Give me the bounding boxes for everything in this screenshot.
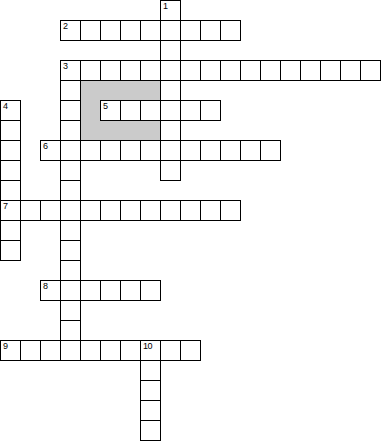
shaded-cell	[80, 80, 101, 101]
letter-cell[interactable]	[140, 100, 161, 121]
letter-cell[interactable]	[120, 200, 141, 221]
letter-cell[interactable]	[160, 340, 181, 361]
letter-cell[interactable]	[0, 220, 21, 241]
shaded-cell	[140, 120, 161, 141]
shaded-cell	[120, 120, 141, 141]
letter-cell[interactable]	[60, 180, 81, 201]
letter-cell[interactable]	[80, 280, 101, 301]
letter-cell[interactable]	[20, 340, 41, 361]
letter-cell[interactable]: 7	[0, 200, 21, 221]
letter-cell[interactable]	[80, 60, 101, 81]
letter-cell[interactable]: 8	[40, 280, 61, 301]
letter-cell[interactable]	[300, 60, 321, 81]
letter-cell[interactable]	[220, 60, 241, 81]
letter-cell[interactable]	[160, 80, 181, 101]
letter-cell[interactable]	[20, 200, 41, 221]
letter-cell[interactable]	[140, 280, 161, 301]
clue-number-1: 1	[163, 2, 168, 11]
letter-cell[interactable]	[260, 60, 281, 81]
shaded-cell	[100, 120, 121, 141]
letter-cell[interactable]	[60, 200, 81, 221]
clue-number-6: 6	[43, 142, 48, 151]
letter-cell[interactable]	[80, 20, 101, 41]
letter-cell[interactable]	[200, 200, 221, 221]
shaded-cell	[140, 80, 161, 101]
letter-cell[interactable]	[60, 280, 81, 301]
letter-cell[interactable]	[180, 100, 201, 121]
letter-cell[interactable]	[240, 60, 261, 81]
letter-cell[interactable]	[60, 120, 81, 141]
letter-cell[interactable]: 3	[60, 60, 81, 81]
letter-cell[interactable]	[320, 60, 341, 81]
letter-cell[interactable]	[140, 420, 161, 441]
letter-cell[interactable]	[0, 240, 21, 261]
letter-cell[interactable]	[240, 140, 261, 161]
letter-cell[interactable]	[60, 80, 81, 101]
letter-cell[interactable]	[140, 200, 161, 221]
letter-cell[interactable]	[80, 140, 101, 161]
letter-cell[interactable]	[60, 220, 81, 241]
letter-cell[interactable]	[160, 160, 181, 181]
clue-number-7: 7	[3, 202, 8, 211]
letter-cell[interactable]	[40, 200, 61, 221]
letter-cell[interactable]	[0, 160, 21, 181]
letter-cell[interactable]: 1	[160, 0, 181, 21]
letter-cell[interactable]	[200, 140, 221, 161]
letter-cell[interactable]	[220, 20, 241, 41]
letter-cell[interactable]	[140, 360, 161, 381]
letter-cell[interactable]	[60, 260, 81, 281]
letter-cell[interactable]	[100, 340, 121, 361]
clue-number-2: 2	[63, 22, 68, 31]
crossword-board: 12345678910	[0, 0, 381, 441]
letter-cell[interactable]	[160, 120, 181, 141]
clue-number-4: 4	[3, 102, 8, 111]
letter-cell[interactable]	[60, 100, 81, 121]
letter-cell[interactable]	[140, 140, 161, 161]
letter-cell[interactable]	[60, 240, 81, 261]
letter-cell[interactable]: 4	[0, 100, 21, 121]
letter-cell[interactable]: 5	[100, 100, 121, 121]
letter-cell[interactable]	[80, 200, 101, 221]
letter-cell[interactable]	[360, 60, 381, 81]
letter-cell[interactable]	[160, 40, 181, 61]
letter-cell[interactable]	[160, 140, 181, 161]
shaded-cell	[100, 80, 121, 101]
letter-cell[interactable]	[140, 20, 161, 41]
clue-number-8: 8	[43, 282, 48, 291]
clue-number-5: 5	[103, 102, 108, 111]
letter-cell[interactable]	[340, 60, 361, 81]
letter-cell[interactable]	[160, 60, 181, 81]
letter-cell[interactable]	[200, 60, 221, 81]
letter-cell[interactable]: 6	[40, 140, 61, 161]
clue-number-9: 9	[3, 342, 8, 351]
letter-cell[interactable]: 2	[60, 20, 81, 41]
letter-cell[interactable]	[120, 140, 141, 161]
letter-cell[interactable]	[0, 120, 21, 141]
letter-cell[interactable]	[140, 60, 161, 81]
shaded-cell	[80, 100, 101, 121]
letter-cell[interactable]	[120, 340, 141, 361]
letter-cell[interactable]	[280, 60, 301, 81]
letter-cell[interactable]	[120, 20, 141, 41]
letter-cell[interactable]	[260, 140, 281, 161]
letter-cell[interactable]	[120, 280, 141, 301]
letter-cell[interactable]	[100, 200, 121, 221]
letter-cell[interactable]	[160, 200, 181, 221]
shaded-cell	[80, 120, 101, 141]
letter-cell[interactable]	[0, 140, 21, 161]
letter-cell[interactable]	[120, 60, 141, 81]
letter-cell[interactable]	[220, 140, 241, 161]
letter-cell[interactable]	[180, 340, 201, 361]
letter-cell[interactable]	[200, 20, 221, 41]
letter-cell[interactable]	[220, 200, 241, 221]
letter-cell[interactable]	[160, 100, 181, 121]
letter-cell[interactable]	[180, 140, 201, 161]
letter-cell[interactable]	[180, 200, 201, 221]
letter-cell[interactable]	[80, 340, 101, 361]
letter-cell[interactable]	[100, 60, 121, 81]
letter-cell[interactable]	[100, 140, 121, 161]
letter-cell[interactable]	[180, 20, 201, 41]
letter-cell[interactable]	[60, 160, 81, 181]
letter-cell[interactable]	[60, 340, 81, 361]
letter-cell[interactable]	[60, 300, 81, 321]
letter-cell[interactable]	[120, 100, 141, 121]
clue-number-10: 10	[143, 342, 152, 351]
letter-cell[interactable]	[200, 100, 221, 121]
letter-cell[interactable]	[60, 140, 81, 161]
letter-cell[interactable]: 9	[0, 340, 21, 361]
letter-cell[interactable]: 10	[140, 340, 161, 361]
letter-cell[interactable]	[60, 320, 81, 341]
letter-cell[interactable]	[100, 20, 121, 41]
clue-number-3: 3	[63, 62, 68, 71]
letter-cell[interactable]	[0, 180, 21, 201]
letter-cell[interactable]	[40, 340, 61, 361]
letter-cell[interactable]	[180, 60, 201, 81]
letter-cell[interactable]	[160, 20, 181, 41]
letter-cell[interactable]	[140, 400, 161, 421]
letter-cell[interactable]	[100, 280, 121, 301]
shaded-cell	[120, 80, 141, 101]
letter-cell[interactable]	[140, 380, 161, 401]
